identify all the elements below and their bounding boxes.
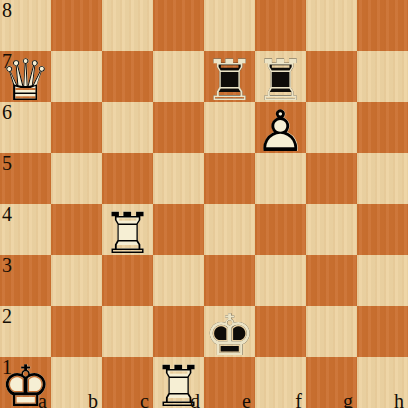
square-d7[interactable]	[153, 51, 204, 102]
square-e7[interactable]: ♜♖	[204, 51, 255, 102]
square-h4[interactable]	[357, 204, 408, 255]
square-h7[interactable]	[357, 51, 408, 102]
file-label-e: e	[242, 391, 251, 408]
square-h5[interactable]	[357, 153, 408, 204]
piece-black-rook[interactable]: ♜♖	[204, 51, 255, 102]
black-rook-outline-layer: ♖	[204, 51, 255, 108]
square-h8[interactable]	[357, 0, 408, 51]
square-a5[interactable]: 5	[0, 153, 51, 204]
square-a6[interactable]: 6	[0, 102, 51, 153]
rank-label-5: 5	[2, 153, 12, 173]
square-h6[interactable]	[357, 102, 408, 153]
square-a2[interactable]: 2	[0, 306, 51, 357]
file-label-f: f	[295, 391, 302, 408]
black-rook-fill-layer: ♜	[255, 51, 306, 108]
black-king-fill-layer: ♚	[204, 306, 255, 363]
square-b7[interactable]	[51, 51, 102, 102]
white-king-outline-layer: ♔	[0, 357, 51, 408]
square-g5[interactable]	[306, 153, 357, 204]
square-f7[interactable]: ♜♖	[255, 51, 306, 102]
square-c2[interactable]	[102, 306, 153, 357]
black-rook-fill-layer: ♜	[204, 51, 255, 108]
square-b1[interactable]: b	[51, 357, 102, 408]
square-a1[interactable]: 1a♚♔	[0, 357, 51, 408]
square-b6[interactable]	[51, 102, 102, 153]
square-c1[interactable]: c	[102, 357, 153, 408]
white-pawn-fill-layer: ♟	[255, 102, 306, 159]
square-d8[interactable]	[153, 0, 204, 51]
square-h3[interactable]	[357, 255, 408, 306]
rank-label-8: 8	[2, 0, 12, 20]
square-g7[interactable]	[306, 51, 357, 102]
square-a3[interactable]: 3	[0, 255, 51, 306]
square-f5[interactable]	[255, 153, 306, 204]
square-e4[interactable]	[204, 204, 255, 255]
square-b4[interactable]	[51, 204, 102, 255]
square-f3[interactable]	[255, 255, 306, 306]
rank-label-2: 2	[2, 306, 12, 326]
square-e1[interactable]: e	[204, 357, 255, 408]
square-d1[interactable]: d♜♖	[153, 357, 204, 408]
square-c6[interactable]	[102, 102, 153, 153]
square-c8[interactable]	[102, 0, 153, 51]
square-e5[interactable]	[204, 153, 255, 204]
piece-white-rook[interactable]: ♜♖	[153, 357, 204, 408]
square-e6[interactable]	[204, 102, 255, 153]
square-g1[interactable]: g	[306, 357, 357, 408]
white-rook-fill-layer: ♜	[102, 204, 153, 261]
square-g6[interactable]	[306, 102, 357, 153]
file-label-b: b	[88, 391, 98, 408]
rank-label-4: 4	[2, 204, 12, 224]
square-a8[interactable]: 8	[0, 0, 51, 51]
chess-board: 87♛♕♜♖♜♖6♟♙54♜♖32♚♔1a♚♔bcd♜♖efgh	[0, 0, 408, 408]
white-rook-outline-layer: ♖	[102, 204, 153, 261]
file-label-g: g	[343, 391, 353, 408]
square-f4[interactable]	[255, 204, 306, 255]
rank-label-3: 3	[2, 255, 12, 275]
square-a7[interactable]: 7♛♕	[0, 51, 51, 102]
square-b3[interactable]	[51, 255, 102, 306]
square-e2[interactable]: ♚♔	[204, 306, 255, 357]
square-c7[interactable]	[102, 51, 153, 102]
square-h1[interactable]: h	[357, 357, 408, 408]
white-king-fill-layer: ♚	[0, 357, 51, 408]
square-f6[interactable]: ♟♙	[255, 102, 306, 153]
piece-white-king[interactable]: ♚♔	[0, 357, 51, 408]
square-g4[interactable]	[306, 204, 357, 255]
square-d3[interactable]	[153, 255, 204, 306]
square-d2[interactable]	[153, 306, 204, 357]
white-rook-outline-layer: ♖	[153, 357, 204, 408]
piece-white-rook[interactable]: ♜♖	[102, 204, 153, 255]
white-queen-outline-layer: ♕	[0, 51, 51, 108]
piece-white-queen[interactable]: ♛♕	[0, 51, 51, 102]
file-label-h: h	[394, 391, 404, 408]
square-a4[interactable]: 4	[0, 204, 51, 255]
black-king-outline-layer: ♔	[204, 306, 255, 363]
square-d6[interactable]	[153, 102, 204, 153]
rank-label-6: 6	[2, 102, 12, 122]
square-b5[interactable]	[51, 153, 102, 204]
square-e3[interactable]	[204, 255, 255, 306]
piece-black-king[interactable]: ♚♔	[204, 306, 255, 357]
square-d4[interactable]	[153, 204, 204, 255]
black-rook-outline-layer: ♖	[255, 51, 306, 108]
white-queen-fill-layer: ♛	[0, 51, 51, 108]
file-label-c: c	[140, 391, 149, 408]
square-c5[interactable]	[102, 153, 153, 204]
square-d5[interactable]	[153, 153, 204, 204]
piece-white-pawn[interactable]: ♟♙	[255, 102, 306, 153]
piece-black-rook[interactable]: ♜♖	[255, 51, 306, 102]
square-f2[interactable]	[255, 306, 306, 357]
square-g2[interactable]	[306, 306, 357, 357]
square-f1[interactable]: f	[255, 357, 306, 408]
square-f8[interactable]	[255, 0, 306, 51]
square-h2[interactable]	[357, 306, 408, 357]
square-b8[interactable]	[51, 0, 102, 51]
white-pawn-outline-layer: ♙	[255, 102, 306, 159]
square-b2[interactable]	[51, 306, 102, 357]
square-g8[interactable]	[306, 0, 357, 51]
square-c3[interactable]	[102, 255, 153, 306]
white-rook-fill-layer: ♜	[153, 357, 204, 408]
square-g3[interactable]	[306, 255, 357, 306]
square-c4[interactable]: ♜♖	[102, 204, 153, 255]
square-e8[interactable]	[204, 0, 255, 51]
